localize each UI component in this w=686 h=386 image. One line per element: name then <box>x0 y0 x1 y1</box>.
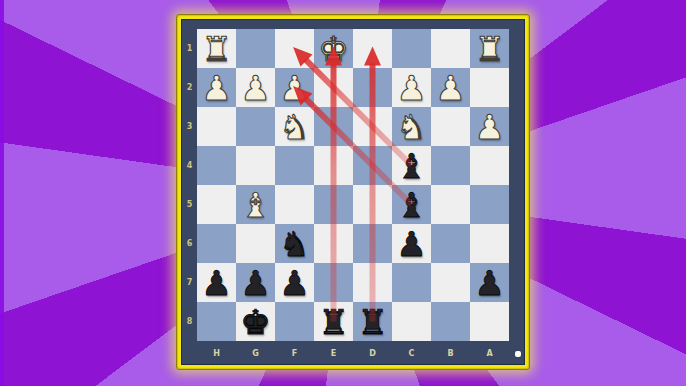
square-f1[interactable] <box>275 29 314 68</box>
square-h4[interactable] <box>197 146 236 185</box>
square-b6[interactable] <box>431 224 470 263</box>
piece-white-pawn[interactable]: ♟ <box>435 71 465 105</box>
file-label-c: C <box>392 343 431 364</box>
square-d4[interactable] <box>353 146 392 185</box>
square-b5[interactable] <box>431 185 470 224</box>
square-e8[interactable]: ♜ <box>314 302 353 341</box>
square-g7[interactable]: ♟ <box>236 263 275 302</box>
square-f6[interactable]: ♞ <box>275 224 314 263</box>
square-d6[interactable] <box>353 224 392 263</box>
square-e6[interactable] <box>314 224 353 263</box>
piece-black-pawn[interactable]: ♟ <box>240 266 270 300</box>
file-label-d: D <box>353 343 392 364</box>
square-g1[interactable] <box>236 29 275 68</box>
square-c6[interactable]: ♟ <box>392 224 431 263</box>
square-a4[interactable] <box>470 146 509 185</box>
square-b7[interactable] <box>431 263 470 302</box>
rank-label-6: 6 <box>182 224 197 263</box>
frame-corner-dot <box>515 351 521 357</box>
square-b2[interactable]: ♟ <box>431 68 470 107</box>
square-e3[interactable] <box>314 107 353 146</box>
file-labels: HGFEDCBA <box>197 343 509 364</box>
square-h8[interactable] <box>197 302 236 341</box>
square-g5[interactable]: ♝ <box>236 185 275 224</box>
file-label-g: G <box>236 343 275 364</box>
thumbnail-canvas: 12345678 HGFEDCBA ♜♚♜♟♟♟♟♟♞♞♟♝♝♝♞♟♟♟♟♟♚♜… <box>0 0 686 386</box>
piece-white-bishop[interactable]: ♝ <box>240 188 270 222</box>
piece-white-pawn[interactable]: ♟ <box>279 71 309 105</box>
square-h1[interactable]: ♜ <box>197 29 236 68</box>
square-c7[interactable] <box>392 263 431 302</box>
square-d3[interactable] <box>353 107 392 146</box>
piece-white-pawn[interactable]: ♟ <box>396 71 426 105</box>
rank-label-5: 5 <box>182 185 197 224</box>
square-g2[interactable]: ♟ <box>236 68 275 107</box>
square-e7[interactable] <box>314 263 353 302</box>
square-e2[interactable] <box>314 68 353 107</box>
piece-black-pawn[interactable]: ♟ <box>396 227 426 261</box>
square-a2[interactable] <box>470 68 509 107</box>
piece-black-pawn[interactable]: ♟ <box>474 266 504 300</box>
square-c1[interactable] <box>392 29 431 68</box>
file-label-a: A <box>470 343 509 364</box>
rank-labels: 12345678 <box>182 29 197 341</box>
piece-black-rook[interactable]: ♜ <box>318 305 348 339</box>
square-f7[interactable]: ♟ <box>275 263 314 302</box>
square-a6[interactable] <box>470 224 509 263</box>
square-g4[interactable] <box>236 146 275 185</box>
piece-white-pawn[interactable]: ♟ <box>201 71 231 105</box>
file-label-e: E <box>314 343 353 364</box>
square-a7[interactable]: ♟ <box>470 263 509 302</box>
square-d7[interactable] <box>353 263 392 302</box>
piece-black-bishop[interactable]: ♝ <box>396 149 426 183</box>
square-e4[interactable] <box>314 146 353 185</box>
piece-black-bishop[interactable]: ♝ <box>396 188 426 222</box>
chessboard-frame: 12345678 HGFEDCBA ♜♚♜♟♟♟♟♟♞♞♟♝♝♝♞♟♟♟♟♟♚♜… <box>181 19 525 365</box>
file-label-b: B <box>431 343 470 364</box>
piece-white-knight[interactable]: ♞ <box>279 110 309 144</box>
square-f2[interactable]: ♟ <box>275 68 314 107</box>
square-c4[interactable]: ♝ <box>392 146 431 185</box>
square-a1[interactable]: ♜ <box>470 29 509 68</box>
piece-black-pawn[interactable]: ♟ <box>201 266 231 300</box>
square-b1[interactable] <box>431 29 470 68</box>
square-d8[interactable]: ♜ <box>353 302 392 341</box>
square-b3[interactable] <box>431 107 470 146</box>
square-c3[interactable]: ♞ <box>392 107 431 146</box>
rank-label-3: 3 <box>182 107 197 146</box>
piece-white-knight[interactable]: ♞ <box>396 110 426 144</box>
square-c5[interactable]: ♝ <box>392 185 431 224</box>
piece-white-rook[interactable]: ♜ <box>201 32 231 66</box>
square-f3[interactable]: ♞ <box>275 107 314 146</box>
rank-label-1: 1 <box>182 29 197 68</box>
square-b8[interactable] <box>431 302 470 341</box>
square-g8[interactable]: ♚ <box>236 302 275 341</box>
square-h7[interactable]: ♟ <box>197 263 236 302</box>
square-g3[interactable] <box>236 107 275 146</box>
square-a5[interactable] <box>470 185 509 224</box>
square-e1[interactable]: ♚ <box>314 29 353 68</box>
piece-white-king[interactable]: ♚ <box>318 32 348 66</box>
square-h3[interactable] <box>197 107 236 146</box>
rank-label-8: 8 <box>182 302 197 341</box>
left-edge-strip <box>0 0 4 386</box>
square-h2[interactable]: ♟ <box>197 68 236 107</box>
square-d2[interactable] <box>353 68 392 107</box>
piece-black-rook[interactable]: ♜ <box>357 305 387 339</box>
square-d1[interactable] <box>353 29 392 68</box>
piece-black-knight[interactable]: ♞ <box>279 227 309 261</box>
square-f8[interactable] <box>275 302 314 341</box>
piece-white-pawn[interactable]: ♟ <box>474 110 504 144</box>
square-c2[interactable]: ♟ <box>392 68 431 107</box>
square-a8[interactable] <box>470 302 509 341</box>
rank-label-2: 2 <box>182 68 197 107</box>
square-f5[interactable] <box>275 185 314 224</box>
square-g6[interactable] <box>236 224 275 263</box>
rank-label-7: 7 <box>182 263 197 302</box>
square-e5[interactable] <box>314 185 353 224</box>
piece-white-rook[interactable]: ♜ <box>474 32 504 66</box>
square-h6[interactable] <box>197 224 236 263</box>
piece-white-pawn[interactable]: ♟ <box>240 71 270 105</box>
chessboard: ♜♚♜♟♟♟♟♟♞♞♟♝♝♝♞♟♟♟♟♟♚♜♜ <box>197 29 509 341</box>
piece-black-pawn[interactable]: ♟ <box>279 266 309 300</box>
square-a3[interactable]: ♟ <box>470 107 509 146</box>
square-b4[interactable] <box>431 146 470 185</box>
square-d5[interactable] <box>353 185 392 224</box>
piece-black-king[interactable]: ♚ <box>240 305 270 339</box>
file-label-f: F <box>275 343 314 364</box>
chessboard-outer-border: 12345678 HGFEDCBA ♜♚♜♟♟♟♟♟♞♞♟♝♝♝♞♟♟♟♟♟♚♜… <box>176 14 530 370</box>
square-c8[interactable] <box>392 302 431 341</box>
square-h5[interactable] <box>197 185 236 224</box>
file-label-h: H <box>197 343 236 364</box>
square-f4[interactable] <box>275 146 314 185</box>
rank-label-4: 4 <box>182 146 197 185</box>
